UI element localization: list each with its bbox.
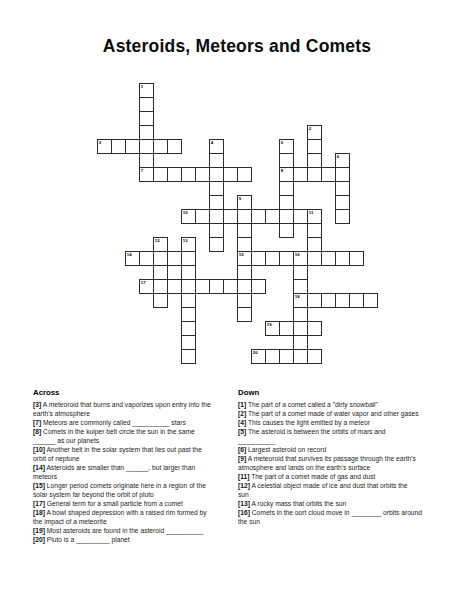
clue-number-label: [6]	[238, 446, 246, 453]
grid-cell[interactable]: 6	[335, 153, 350, 168]
clue-number: 20	[253, 350, 258, 355]
clue-number: 6	[337, 154, 339, 159]
clue-number-label: [2]	[238, 410, 246, 417]
grid-cell[interactable]: 18	[293, 293, 308, 308]
grid-cell[interactable]	[209, 153, 224, 168]
grid-cell[interactable]	[181, 265, 196, 280]
grid-cell[interactable]	[167, 139, 182, 154]
clue-text: The part of a comet made of water vapor …	[248, 410, 419, 417]
grid-cell[interactable]	[335, 167, 350, 182]
clue-across-7: [7] Meteors are commonly called ________…	[33, 418, 234, 427]
across-header: Across	[33, 388, 234, 397]
clue-number: 5	[281, 140, 283, 145]
clue-text: Comets in the kuiper belt circle the sun…	[33, 428, 195, 444]
clue-number: 3	[99, 140, 101, 145]
grid-cell[interactable]	[307, 251, 322, 266]
grid-cell[interactable]	[307, 293, 322, 308]
grid-cell[interactable]: 2	[307, 125, 322, 140]
clue-number-label: [3]	[33, 401, 41, 408]
clue-number-label: [8]	[33, 428, 41, 435]
grid-cell[interactable]	[265, 349, 280, 364]
grid-cell[interactable]	[307, 153, 322, 168]
grid-cell[interactable]: 1	[139, 83, 154, 98]
clue-text: Longer period comets originate here in a…	[33, 482, 206, 498]
grid-cell[interactable]: 9	[237, 195, 252, 210]
grid-cell[interactable]	[181, 335, 196, 350]
clue-across-14: [14] Asteroids are smaller than ______, …	[33, 463, 234, 481]
grid-cell[interactable]	[139, 251, 154, 266]
grid-cell[interactable]	[251, 209, 266, 224]
grid-cell[interactable]	[293, 349, 308, 364]
grid-cell[interactable]	[321, 167, 336, 182]
clue-number-label: [9]	[238, 455, 246, 462]
grid-cell[interactable]	[153, 167, 168, 182]
clue-number: 10	[183, 210, 188, 215]
grid-cell[interactable]	[139, 125, 154, 140]
grid-cell[interactable]	[279, 349, 294, 364]
grid-cell[interactable]	[279, 195, 294, 210]
clue-number: 14	[127, 252, 132, 257]
clue-down-4: [4] This causes the light emitted by a m…	[238, 418, 464, 427]
clue-text: Largest asteroid on record	[248, 446, 326, 453]
grid-cell[interactable]	[167, 167, 182, 182]
clue-number-label: [11]	[238, 473, 250, 480]
clue-number: 1	[141, 84, 143, 89]
clue-number-label: [17]	[33, 500, 45, 507]
grid-cell[interactable]	[139, 97, 154, 112]
clue-number: 12	[155, 238, 160, 243]
grid-cell[interactable]	[209, 223, 224, 238]
clue-number-label: [5]	[238, 428, 246, 435]
grid-cell[interactable]	[139, 153, 154, 168]
grid-cell[interactable]	[293, 265, 308, 280]
grid-cell[interactable]	[335, 209, 350, 224]
grid-cell[interactable]	[279, 209, 294, 224]
grid-cell[interactable]	[279, 223, 294, 238]
down-header: Down	[238, 388, 464, 397]
grid-cell[interactable]	[237, 265, 252, 280]
grid-cell[interactable]	[167, 251, 182, 266]
grid-cell[interactable]	[307, 139, 322, 154]
grid-cell[interactable]	[237, 279, 252, 294]
clue-down-6: [6] Largest asteroid on record	[238, 445, 464, 454]
grid-cell[interactable]: 10	[181, 209, 196, 224]
grid-cell[interactable]	[265, 251, 280, 266]
grid-cell[interactable]	[237, 223, 252, 238]
grid-cell[interactable]	[181, 307, 196, 322]
grid-cell[interactable]	[153, 251, 168, 266]
grid-cell[interactable]	[349, 293, 364, 308]
clue-text: A meteoroid that survives its passage th…	[238, 455, 416, 471]
grid-cell[interactable]: 17	[139, 279, 154, 294]
clue-number: 17	[141, 280, 146, 285]
page-title: Asteroids, Meteors and Comets	[0, 36, 474, 57]
grid-cell[interactable]	[363, 293, 378, 308]
clue-number-label: [7]	[33, 419, 41, 426]
grid-cell[interactable]	[181, 251, 196, 266]
grid-cell[interactable]: 11	[307, 209, 322, 224]
grid-cell[interactable]	[335, 251, 350, 266]
grid-cell[interactable]	[279, 153, 294, 168]
clue-text: A celestial object made of ice and dust …	[238, 482, 408, 498]
clue-number-label: [12]	[238, 482, 250, 489]
grid-cell[interactable]	[153, 265, 168, 280]
grid-cell[interactable]	[181, 349, 196, 364]
clue-number: 11	[309, 210, 314, 215]
clue-text: Most asteroids are found in the asteroid…	[47, 527, 204, 534]
clue-text: The part of a comet made of gas and dust	[251, 473, 375, 480]
clue-number-label: [13]	[238, 500, 250, 507]
clue-number-label: [15]	[33, 482, 45, 489]
crossword-grid: 1234567891011121314151617181920	[97, 83, 378, 364]
grid-cell[interactable]: 8	[279, 167, 294, 182]
grid-cell[interactable]	[209, 181, 224, 196]
grid-cell[interactable]	[223, 279, 238, 294]
clue-down-16: [16] Comets in the oort cloud move in __…	[238, 508, 464, 526]
clue-number-label: [14]	[33, 464, 45, 471]
grid-cell[interactable]	[209, 195, 224, 210]
clue-across-18: [18] A bowl shaped depression with a rai…	[33, 508, 234, 526]
grid-cell[interactable]	[335, 195, 350, 210]
clue-down-12: [12] A celestial object made of ice and …	[238, 481, 464, 499]
grid-cell[interactable]	[335, 293, 350, 308]
grid-cell[interactable]: 5	[279, 139, 294, 154]
grid-cell[interactable]: 15	[237, 251, 252, 266]
grid-cell[interactable]	[209, 167, 224, 182]
grid-cell[interactable]	[293, 321, 308, 336]
clue-text: Asteroids are smaller than ______, but l…	[33, 464, 195, 480]
clue-text: Meteors are commonly called __________ s…	[43, 419, 186, 426]
clue-across-19: [19] Most asteroids are found in the ast…	[33, 526, 234, 535]
grid-cell[interactable]	[321, 293, 336, 308]
down-clues-section: Down [1] The part of a comet called a "d…	[238, 388, 464, 526]
grid-cell[interactable]	[139, 111, 154, 126]
clue-text: A rocky mass that orbits the sun	[251, 500, 346, 507]
grid-cell[interactable]	[293, 167, 308, 182]
grid-cell[interactable]	[153, 279, 168, 294]
clue-down-13: [13] A rocky mass that orbits the sun	[238, 499, 464, 508]
grid-cell[interactable]	[139, 139, 154, 154]
clue-text: A bowl shaped depression with a raised r…	[33, 509, 207, 525]
grid-cell[interactable]	[293, 279, 308, 294]
clue-number: 9	[239, 196, 241, 201]
grid-cell[interactable]	[307, 167, 322, 182]
clue-number: 16	[295, 252, 300, 257]
grid-cell[interactable]: 19	[265, 321, 280, 336]
grid-cell[interactable]	[181, 321, 196, 336]
grid-cell[interactable]	[321, 251, 336, 266]
grid-cell[interactable]	[237, 167, 252, 182]
clue-down-11: [11] The part of a comet made of gas and…	[238, 472, 464, 481]
clue-number: 8	[281, 168, 283, 173]
clue-across-10: [10] Another belt in the solar system th…	[33, 445, 234, 463]
grid-cell[interactable]	[279, 181, 294, 196]
clue-number: 19	[267, 322, 272, 327]
grid-cell[interactable]: 4	[209, 139, 224, 154]
grid-cell[interactable]	[335, 181, 350, 196]
grid-cell[interactable]: 3	[97, 139, 112, 154]
grid-cell[interactable]	[307, 237, 322, 252]
grid-cell[interactable]	[209, 279, 224, 294]
grid-cell[interactable]	[307, 349, 322, 364]
clue-number: 15	[239, 252, 244, 257]
clue-number: 2	[309, 126, 311, 131]
clue-across-3: [3] A meteoroid that burns and vaporizes…	[33, 400, 234, 418]
clue-down-9: [9] A meteoroid that survives its passag…	[238, 454, 464, 472]
grid-cell[interactable]: 16	[293, 251, 308, 266]
grid-cell[interactable]	[153, 139, 168, 154]
grid-cell[interactable]	[279, 251, 294, 266]
clue-text: Comets in the oort cloud move in _______…	[238, 509, 422, 525]
grid-cell[interactable]	[237, 209, 252, 224]
clue-across-20: [20] Pluto is a _________ planet	[33, 535, 234, 544]
clue-text: Pluto is a _________ planet	[47, 536, 130, 543]
grid-cell[interactable]	[349, 251, 364, 266]
grid-cell[interactable]	[223, 209, 238, 224]
grid-cell[interactable]	[251, 279, 266, 294]
grid-cell[interactable]: 14	[125, 251, 140, 266]
grid-cell[interactable]	[195, 209, 210, 224]
grid-cell[interactable]	[237, 307, 252, 322]
clue-number-label: [16]	[238, 509, 250, 516]
clue-number-label: [20]	[33, 536, 45, 543]
clue-text: General term for a small particle from a…	[47, 500, 183, 507]
clue-text: This causes the light emitted by a meteo…	[248, 419, 370, 426]
across-clues-section: Across [3] A meteoroid that burns and va…	[33, 388, 234, 544]
grid-cell[interactable]	[279, 321, 294, 336]
grid-cell[interactable]	[265, 209, 280, 224]
clue-number-label: [18]	[33, 509, 45, 516]
grid-cell[interactable]: 13	[181, 237, 196, 252]
grid-cell[interactable]	[181, 167, 196, 182]
clue-text: Another belt in the solar system that li…	[33, 446, 202, 462]
clue-number-label: [1]	[238, 401, 246, 408]
grid-cell[interactable]	[307, 223, 322, 238]
grid-cell[interactable]	[195, 167, 210, 182]
grid-cell[interactable]	[181, 279, 196, 294]
clue-text: The part of a comet called a "dirty snow…	[248, 401, 378, 408]
grid-cell[interactable]	[167, 279, 182, 294]
clue-text: A meteoroid that burns and vaporizes upo…	[33, 401, 211, 417]
grid-cell[interactable]	[293, 307, 308, 322]
grid-cell[interactable]	[181, 293, 196, 308]
clue-number: 7	[141, 168, 143, 173]
clue-down-5: [5] The asteroid is between the orbits o…	[238, 427, 464, 445]
clue-down-2: [2] The part of a comet made of water va…	[238, 409, 464, 418]
clue-number: 13	[183, 238, 188, 243]
grid-cell[interactable]	[293, 335, 308, 350]
grid-cell[interactable]	[307, 321, 322, 336]
grid-cell[interactable]	[223, 167, 238, 182]
grid-cell[interactable]: 7	[139, 167, 154, 182]
grid-cell[interactable]	[237, 237, 252, 252]
clue-across-8: [8] Comets in the kuiper belt circle the…	[33, 427, 234, 445]
clue-across-17: [17] General term for a small particle f…	[33, 499, 234, 508]
clue-across-15: [15] Longer period comets originate here…	[33, 481, 234, 499]
clue-number-label: [10]	[33, 446, 45, 453]
grid-cell[interactable]	[293, 209, 308, 224]
clue-text: The asteroid is between the orbits of ma…	[238, 428, 385, 444]
grid-cell[interactable]: 20	[251, 349, 266, 364]
grid-cell[interactable]: 12	[153, 237, 168, 252]
grid-cell[interactable]	[111, 139, 126, 154]
grid-cell[interactable]	[195, 279, 210, 294]
grid-cell[interactable]	[125, 139, 140, 154]
grid-cell[interactable]	[153, 293, 168, 308]
clue-number: 18	[295, 294, 300, 299]
clue-down-1: [1] The part of a comet called a "dirty …	[238, 400, 464, 409]
grid-cell[interactable]	[237, 293, 252, 308]
clue-number-label: [4]	[238, 419, 246, 426]
grid-cell[interactable]	[209, 209, 224, 224]
grid-cell[interactable]	[209, 237, 224, 252]
clue-number-label: [19]	[33, 527, 45, 534]
grid-cell[interactable]	[251, 251, 266, 266]
clue-number: 4	[211, 140, 213, 145]
